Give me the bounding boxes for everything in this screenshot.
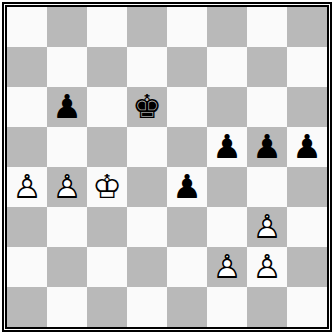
square-e4[interactable]: ♟ (167, 167, 207, 207)
square-e6[interactable] (167, 87, 207, 127)
chess-diagram: ♟♚♟♟♟♟♙♟♙♚♔♟♟♙♟♙♟♙ (0, 0, 334, 334)
square-g4[interactable] (247, 167, 287, 207)
square-c8[interactable] (87, 7, 127, 47)
square-g6[interactable] (247, 87, 287, 127)
square-h7[interactable] (287, 47, 327, 87)
square-d8[interactable] (127, 7, 167, 47)
square-a5[interactable] (7, 127, 47, 167)
square-d2[interactable] (127, 247, 167, 287)
board-frame-inner: ♟♚♟♟♟♟♙♟♙♚♔♟♟♙♟♙♟♙ (5, 5, 329, 329)
square-h5[interactable]: ♟ (287, 127, 327, 167)
square-h6[interactable] (287, 87, 327, 127)
black-king[interactable]: ♚ (127, 87, 167, 127)
square-f6[interactable] (207, 87, 247, 127)
black-pawn[interactable]: ♟ (247, 127, 287, 167)
square-b8[interactable] (47, 7, 87, 47)
black-pawn[interactable]: ♟ (167, 167, 207, 207)
square-g2[interactable]: ♟♙ (247, 247, 287, 287)
square-f5[interactable]: ♟ (207, 127, 247, 167)
square-f8[interactable] (207, 7, 247, 47)
square-h1[interactable] (287, 287, 327, 327)
square-h3[interactable] (287, 207, 327, 247)
white-pawn[interactable]: ♟♙ (247, 207, 287, 247)
square-e1[interactable] (167, 287, 207, 327)
square-d4[interactable] (127, 167, 167, 207)
square-b2[interactable] (47, 247, 87, 287)
square-h4[interactable] (287, 167, 327, 207)
white-king[interactable]: ♚♔ (87, 167, 127, 207)
square-e3[interactable] (167, 207, 207, 247)
square-f3[interactable] (207, 207, 247, 247)
square-c3[interactable] (87, 207, 127, 247)
square-b3[interactable] (47, 207, 87, 247)
white-pawn-outline: ♙ (7, 167, 47, 207)
square-g7[interactable] (247, 47, 287, 87)
square-c4[interactable]: ♚♔ (87, 167, 127, 207)
square-d1[interactable] (127, 287, 167, 327)
square-a2[interactable] (7, 247, 47, 287)
square-d5[interactable] (127, 127, 167, 167)
square-b1[interactable] (47, 287, 87, 327)
square-c7[interactable] (87, 47, 127, 87)
white-pawn-outline: ♙ (247, 207, 287, 247)
white-pawn[interactable]: ♟♙ (207, 247, 247, 287)
square-e5[interactable] (167, 127, 207, 167)
white-pawn[interactable]: ♟♙ (7, 167, 47, 207)
square-a3[interactable] (7, 207, 47, 247)
square-h8[interactable] (287, 7, 327, 47)
square-a8[interactable] (7, 7, 47, 47)
square-f2[interactable]: ♟♙ (207, 247, 247, 287)
square-f7[interactable] (207, 47, 247, 87)
white-pawn[interactable]: ♟♙ (247, 247, 287, 287)
square-d7[interactable] (127, 47, 167, 87)
square-c1[interactable] (87, 287, 127, 327)
white-pawn-outline: ♙ (247, 247, 287, 287)
square-e8[interactable] (167, 7, 207, 47)
square-b5[interactable] (47, 127, 87, 167)
square-a6[interactable] (7, 87, 47, 127)
white-king-outline: ♔ (87, 167, 127, 207)
black-pawn[interactable]: ♟ (207, 127, 247, 167)
square-a1[interactable] (7, 287, 47, 327)
square-d6[interactable]: ♚ (127, 87, 167, 127)
square-c2[interactable] (87, 247, 127, 287)
square-a4[interactable]: ♟♙ (7, 167, 47, 207)
square-b6[interactable]: ♟ (47, 87, 87, 127)
white-pawn-outline: ♙ (47, 167, 87, 207)
square-b7[interactable] (47, 47, 87, 87)
square-g5[interactable]: ♟ (247, 127, 287, 167)
square-f4[interactable] (207, 167, 247, 207)
square-g1[interactable] (247, 287, 287, 327)
square-c5[interactable] (87, 127, 127, 167)
square-f1[interactable] (207, 287, 247, 327)
square-g8[interactable] (247, 7, 287, 47)
square-a7[interactable] (7, 47, 47, 87)
chess-board: ♟♚♟♟♟♟♙♟♙♚♔♟♟♙♟♙♟♙ (7, 7, 327, 327)
square-e7[interactable] (167, 47, 207, 87)
square-b4[interactable]: ♟♙ (47, 167, 87, 207)
square-h2[interactable] (287, 247, 327, 287)
square-g3[interactable]: ♟♙ (247, 207, 287, 247)
black-pawn[interactable]: ♟ (287, 127, 327, 167)
black-pawn[interactable]: ♟ (47, 87, 87, 127)
square-e2[interactable] (167, 247, 207, 287)
white-pawn-outline: ♙ (207, 247, 247, 287)
white-pawn[interactable]: ♟♙ (47, 167, 87, 207)
board-frame-outer: ♟♚♟♟♟♟♙♟♙♚♔♟♟♙♟♙♟♙ (2, 2, 332, 332)
square-c6[interactable] (87, 87, 127, 127)
square-d3[interactable] (127, 207, 167, 247)
